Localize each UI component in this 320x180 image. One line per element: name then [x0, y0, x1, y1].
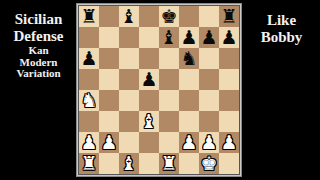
piece-black-rook: ♜ [80, 7, 97, 26]
piece-white-bishop: ♝ [120, 154, 137, 173]
square-c8[interactable]: ♝ [119, 6, 139, 27]
piece-white-king: ♚ [200, 154, 217, 173]
piece-white-pawn: ♟ [200, 133, 217, 152]
square-b3[interactable] [99, 111, 119, 132]
square-d2[interactable] [139, 132, 159, 153]
piece-black-pawn: ♟ [200, 28, 217, 47]
square-f1[interactable] [179, 153, 199, 174]
square-c2[interactable] [119, 132, 139, 153]
square-g3[interactable] [199, 111, 219, 132]
piece-black-pawn: ♟ [80, 49, 97, 68]
opening-title-line-2: Defense [0, 28, 77, 45]
square-c6[interactable] [119, 48, 139, 69]
square-d4[interactable] [139, 90, 159, 111]
square-a2[interactable]: ♟ [79, 132, 99, 153]
square-e3[interactable] [159, 111, 179, 132]
square-c3[interactable] [119, 111, 139, 132]
square-g4[interactable] [199, 90, 219, 111]
square-b5[interactable] [99, 69, 119, 90]
square-b8[interactable] [99, 6, 119, 27]
piece-white-rook: ♜ [80, 154, 97, 173]
chess-board-frame: ♜♝♚♜♝♟♟♟♟♞♟♞♝♟♟♟♟♟♜♝♜♚ [76, 3, 242, 177]
piece-black-rook: ♜ [220, 7, 237, 26]
piece-black-king: ♚ [160, 7, 177, 26]
square-g8[interactable] [199, 6, 219, 27]
opening-title-panel: Sicilian Defense Kan Modern Variation [0, 11, 77, 80]
piece-black-knight: ♞ [180, 49, 197, 68]
square-d7[interactable] [139, 27, 159, 48]
piece-black-bishop: ♝ [120, 7, 137, 26]
piece-white-bishop: ♝ [140, 112, 157, 131]
square-b2[interactable]: ♟ [99, 132, 119, 153]
square-h3[interactable] [219, 111, 239, 132]
square-d1[interactable] [139, 153, 159, 174]
square-h8[interactable]: ♜ [219, 6, 239, 27]
square-a6[interactable]: ♟ [79, 48, 99, 69]
square-d3[interactable]: ♝ [139, 111, 159, 132]
square-f4[interactable] [179, 90, 199, 111]
square-e8[interactable]: ♚ [159, 6, 179, 27]
square-g2[interactable]: ♟ [199, 132, 219, 153]
square-d8[interactable] [139, 6, 159, 27]
square-f2[interactable]: ♟ [179, 132, 199, 153]
square-a1[interactable]: ♜ [79, 153, 99, 174]
piece-white-pawn: ♟ [80, 133, 97, 152]
video-frame: Sicilian Defense Kan Modern Variation ♜♝… [0, 0, 320, 180]
square-d5[interactable]: ♟ [139, 69, 159, 90]
square-g7[interactable]: ♟ [199, 27, 219, 48]
square-e5[interactable] [159, 69, 179, 90]
square-c1[interactable]: ♝ [119, 153, 139, 174]
opening-title-line-1: Sicilian [0, 11, 77, 28]
opening-subtitle-line-1: Kan [0, 45, 77, 57]
square-a7[interactable] [79, 27, 99, 48]
opening-subtitle-line-3: Variation [0, 68, 77, 80]
square-c4[interactable] [119, 90, 139, 111]
square-f7[interactable]: ♟ [179, 27, 199, 48]
square-h5[interactable] [219, 69, 239, 90]
square-e7[interactable]: ♝ [159, 27, 179, 48]
square-d6[interactable] [139, 48, 159, 69]
piece-black-pawn: ♟ [140, 70, 157, 89]
square-f5[interactable] [179, 69, 199, 90]
square-b7[interactable] [99, 27, 119, 48]
piece-white-rook: ♜ [160, 154, 177, 173]
piece-black-bishop: ♝ [160, 28, 177, 47]
square-a5[interactable] [79, 69, 99, 90]
square-a3[interactable] [79, 111, 99, 132]
square-e2[interactable] [159, 132, 179, 153]
square-f6[interactable]: ♞ [179, 48, 199, 69]
square-g5[interactable] [199, 69, 219, 90]
square-a8[interactable]: ♜ [79, 6, 99, 27]
piece-white-pawn: ♟ [220, 133, 237, 152]
caption-line-1: Like [243, 12, 320, 29]
caption-line-2: Bobby [243, 29, 320, 46]
square-h6[interactable] [219, 48, 239, 69]
square-h1[interactable] [219, 153, 239, 174]
square-b6[interactable] [99, 48, 119, 69]
square-g6[interactable] [199, 48, 219, 69]
square-c7[interactable] [119, 27, 139, 48]
square-b4[interactable] [99, 90, 119, 111]
square-e1[interactable]: ♜ [159, 153, 179, 174]
square-h7[interactable]: ♟ [219, 27, 239, 48]
square-f3[interactable] [179, 111, 199, 132]
piece-white-knight: ♞ [80, 91, 97, 110]
piece-black-pawn: ♟ [180, 28, 197, 47]
piece-black-pawn: ♟ [220, 28, 237, 47]
square-f8[interactable] [179, 6, 199, 27]
square-h2[interactable]: ♟ [219, 132, 239, 153]
square-c5[interactable] [119, 69, 139, 90]
square-a4[interactable]: ♞ [79, 90, 99, 111]
square-e6[interactable] [159, 48, 179, 69]
chess-board: ♜♝♚♜♝♟♟♟♟♞♟♞♝♟♟♟♟♟♜♝♜♚ [79, 6, 239, 174]
caption-panel: Like Bobby [243, 12, 320, 46]
square-h4[interactable] [219, 90, 239, 111]
square-b1[interactable] [99, 153, 119, 174]
piece-white-pawn: ♟ [180, 133, 197, 152]
piece-white-pawn: ♟ [100, 133, 117, 152]
square-g1[interactable]: ♚ [199, 153, 219, 174]
square-e4[interactable] [159, 90, 179, 111]
